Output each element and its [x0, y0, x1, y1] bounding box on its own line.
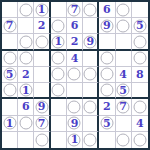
cell-r1c7[interactable]: 6 [99, 2, 115, 18]
cell-r3c1[interactable] [2, 34, 18, 50]
given-digit: 1 [54, 36, 62, 47]
cell-r9c5[interactable]: 1 [67, 132, 83, 148]
odd-circle-marker [84, 68, 97, 81]
cell-r7c8[interactable]: 7 [116, 99, 132, 115]
odd-circle-marker [3, 52, 16, 65]
given-digit: 4 [136, 118, 144, 129]
cell-r8c6[interactable] [83, 116, 99, 132]
given-digit: 1 [71, 134, 79, 145]
cell-r9c9[interactable] [132, 132, 148, 148]
cell-r4c5[interactable]: 4 [67, 51, 83, 67]
odd-circle-marker [68, 68, 81, 81]
given-digit: 7 [6, 20, 14, 31]
odd-circle-marker [117, 133, 130, 146]
cell-r4c9[interactable] [132, 51, 148, 67]
cell-r5c9[interactable]: 8 [132, 67, 148, 83]
cell-r5c8[interactable]: 4 [116, 67, 132, 83]
cell-r2c2[interactable] [18, 18, 34, 34]
odd-circle-marker [3, 84, 16, 97]
cell-r3c4[interactable]: 1 [51, 34, 67, 50]
cell-r1c9[interactable] [132, 2, 148, 18]
sudoku-board: 1767269512945248156927179541 [0, 0, 150, 150]
given-digit: 6 [71, 20, 79, 31]
cell-r7c1[interactable] [2, 99, 18, 115]
cell-r6c6[interactable] [83, 83, 99, 99]
cell-r5c6[interactable] [83, 67, 99, 83]
given-digit: 5 [6, 69, 14, 80]
odd-circle-marker [52, 52, 65, 65]
cell-r3c2[interactable] [18, 34, 34, 50]
cell-r4c7[interactable] [99, 51, 115, 67]
given-digit: 1 [38, 4, 46, 15]
odd-circle-marker [133, 100, 146, 113]
cell-r2c4[interactable] [51, 18, 67, 34]
cell-r5c5[interactable] [67, 67, 83, 83]
odd-circle-marker [35, 133, 48, 146]
cell-r3c9[interactable] [132, 34, 148, 50]
odd-circle-marker [68, 100, 81, 113]
cell-r2c5[interactable]: 6 [67, 18, 83, 34]
cell-r1c1[interactable] [2, 2, 18, 18]
cell-r8c5[interactable]: 9 [67, 116, 83, 132]
cell-r7c4[interactable] [51, 99, 67, 115]
given-digit: 8 [136, 69, 144, 80]
odd-circle-marker [52, 84, 65, 97]
cell-r5c1[interactable]: 5 [2, 67, 18, 83]
cell-r6c7[interactable] [99, 83, 115, 99]
cell-r8c1[interactable]: 1 [2, 116, 18, 132]
cell-r6c5[interactable] [67, 83, 83, 99]
cell-r3c3[interactable] [34, 34, 50, 50]
cell-r8c2[interactable] [18, 116, 34, 132]
cell-r3c6[interactable]: 9 [83, 34, 99, 50]
odd-circle-marker [133, 35, 146, 48]
cell-r9c6[interactable] [83, 132, 99, 148]
cell-r9c4[interactable] [51, 132, 67, 148]
given-digit: 7 [38, 118, 46, 129]
given-digit: 5 [119, 85, 127, 96]
cell-r8c9[interactable]: 4 [132, 116, 148, 132]
cell-r4c1[interactable] [2, 51, 18, 67]
cell-r4c8[interactable] [116, 51, 132, 67]
cell-r2c6[interactable] [83, 18, 99, 34]
odd-circle-marker [19, 117, 32, 130]
cell-r7c9[interactable] [132, 99, 148, 115]
cell-r5c4[interactable] [51, 67, 67, 83]
cell-r6c1[interactable] [2, 83, 18, 99]
cell-r6c8[interactable]: 5 [116, 83, 132, 99]
cell-r1c8[interactable] [116, 2, 132, 18]
cell-r8c7[interactable]: 5 [99, 116, 115, 132]
given-digit: 1 [22, 85, 30, 96]
odd-circle-marker [19, 52, 32, 65]
odd-circle-marker [84, 100, 97, 113]
cell-r1c3[interactable]: 1 [34, 2, 50, 18]
cell-r7c5[interactable] [67, 99, 83, 115]
cell-r5c3[interactable] [34, 67, 50, 83]
odd-circle-marker [117, 19, 130, 32]
given-digit: 6 [22, 101, 30, 112]
cell-r6c4[interactable] [51, 83, 67, 99]
cell-r7c3[interactable]: 9 [34, 99, 50, 115]
cell-r8c4[interactable] [51, 116, 67, 132]
cell-r4c3[interactable] [34, 51, 50, 67]
odd-circle-marker [117, 3, 130, 16]
cell-r9c8[interactable] [116, 132, 132, 148]
given-digit: 4 [71, 53, 79, 64]
odd-circle-marker [52, 68, 65, 81]
cell-r6c3[interactable] [34, 83, 50, 99]
given-digit: 7 [71, 4, 79, 15]
odd-circle-marker [19, 35, 32, 48]
given-digit: 2 [38, 20, 46, 31]
given-digit: 4 [119, 69, 127, 80]
given-digit: 9 [38, 101, 46, 112]
cell-r7c6[interactable] [83, 99, 99, 115]
cell-r6c9[interactable] [132, 83, 148, 99]
given-digit: 6 [103, 4, 111, 15]
cell-r6c2[interactable]: 1 [18, 83, 34, 99]
given-digit: 9 [103, 20, 111, 31]
cell-r2c7[interactable]: 9 [99, 18, 115, 34]
cell-r3c8[interactable] [116, 34, 132, 50]
cell-r9c2[interactable] [18, 132, 34, 148]
cell-r2c9[interactable]: 5 [132, 18, 148, 34]
given-digit: 2 [71, 36, 79, 47]
cell-r2c3[interactable]: 2 [34, 18, 50, 34]
cell-r4c2[interactable] [18, 51, 34, 67]
cell-r7c7[interactable]: 2 [99, 99, 115, 115]
odd-circle-marker [133, 133, 146, 146]
given-digit: 5 [136, 20, 144, 31]
odd-circle-marker [100, 68, 113, 81]
odd-circle-marker [84, 133, 97, 146]
given-digit: 1 [6, 118, 14, 129]
cell-r1c4[interactable] [51, 2, 67, 18]
odd-circle-marker [100, 84, 113, 97]
given-digit: 9 [71, 118, 79, 129]
cell-r4c6[interactable] [83, 51, 99, 67]
cell-r8c3[interactable]: 7 [34, 116, 50, 132]
given-digit: 7 [119, 101, 127, 112]
cell-r3c7[interactable] [99, 34, 115, 50]
cell-r5c2[interactable]: 2 [18, 67, 34, 83]
cell-r3c5[interactable]: 2 [67, 34, 83, 50]
cell-r1c2[interactable] [18, 2, 34, 18]
given-digit: 5 [103, 118, 111, 129]
cell-r1c6[interactable] [83, 2, 99, 18]
given-digit: 9 [86, 36, 94, 47]
cell-r5c7[interactable] [99, 67, 115, 83]
cell-r2c1[interactable]: 7 [2, 18, 18, 34]
odd-circle-marker [133, 52, 146, 65]
odd-circle-marker [100, 52, 113, 65]
cell-r7c2[interactable]: 6 [18, 99, 34, 115]
cell-r8c8[interactable] [116, 116, 132, 132]
odd-circle-marker [84, 3, 97, 16]
cell-r2c8[interactable] [116, 18, 132, 34]
given-digit: 2 [22, 69, 30, 80]
cell-r9c7[interactable] [99, 132, 115, 148]
odd-circle-marker [35, 35, 48, 48]
odd-circle-marker [19, 3, 32, 16]
cell-r9c3[interactable] [34, 132, 50, 148]
cell-r1c5[interactable]: 7 [67, 2, 83, 18]
cell-r9c1[interactable] [2, 132, 18, 148]
cell-r4c4[interactable] [51, 51, 67, 67]
odd-circle-marker [52, 19, 65, 32]
given-digit: 2 [103, 101, 111, 112]
